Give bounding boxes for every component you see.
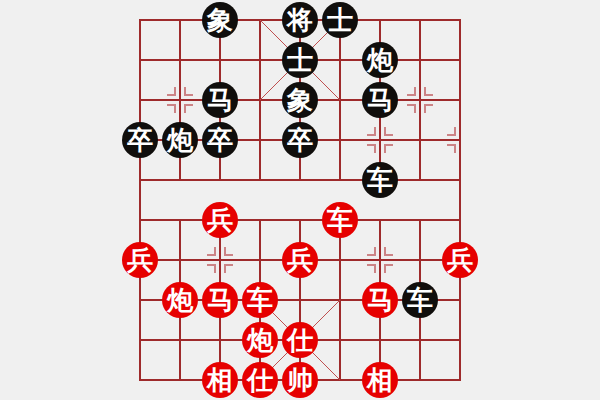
piece-red-horse[interactable]: 马 [202, 282, 238, 318]
piece-red-cannon[interactable]: 炮 [162, 282, 198, 318]
piece-black-cannon[interactable]: 炮 [162, 122, 198, 158]
piece-red-advisor[interactable]: 仕 [242, 362, 278, 398]
piece-black-chariot[interactable]: 车 [402, 282, 438, 318]
piece-red-advisor[interactable]: 仕 [282, 322, 318, 358]
piece-red-soldier[interactable]: 兵 [202, 202, 238, 238]
piece-black-horse[interactable]: 马 [202, 82, 238, 118]
piece-black-soldier[interactable]: 卒 [202, 122, 238, 158]
piece-black-chariot[interactable]: 车 [362, 162, 398, 198]
piece-black-elephant[interactable]: 象 [202, 2, 238, 38]
xiangqi-board[interactable]: 象将士士炮马象马卒炮卒卒车车兵车兵兵兵炮马车马炮仕相仕帅相 [0, 0, 600, 400]
piece-black-advisor[interactable]: 士 [282, 42, 318, 78]
piece-red-soldier[interactable]: 兵 [122, 242, 158, 278]
piece-black-cannon[interactable]: 炮 [362, 42, 398, 78]
piece-black-advisor[interactable]: 士 [322, 2, 358, 38]
piece-black-general[interactable]: 将 [282, 2, 318, 38]
piece-red-horse[interactable]: 马 [362, 282, 398, 318]
piece-black-soldier[interactable]: 卒 [282, 122, 318, 158]
piece-red-soldier[interactable]: 兵 [442, 242, 478, 278]
piece-red-chariot[interactable]: 车 [242, 282, 278, 318]
piece-red-elephant[interactable]: 相 [202, 362, 238, 398]
piece-red-cannon[interactable]: 炮 [242, 322, 278, 358]
piece-red-soldier[interactable]: 兵 [282, 242, 318, 278]
xiangqi-app: 象将士士炮马象马卒炮卒卒车车兵车兵兵兵炮马车马炮仕相仕帅相 [0, 0, 600, 400]
piece-black-soldier[interactable]: 卒 [122, 122, 158, 158]
piece-black-elephant[interactable]: 象 [282, 82, 318, 118]
piece-red-chariot[interactable]: 车 [322, 202, 358, 238]
piece-red-elephant[interactable]: 相 [362, 362, 398, 398]
piece-red-general[interactable]: 帅 [282, 362, 318, 398]
piece-black-horse[interactable]: 马 [362, 82, 398, 118]
